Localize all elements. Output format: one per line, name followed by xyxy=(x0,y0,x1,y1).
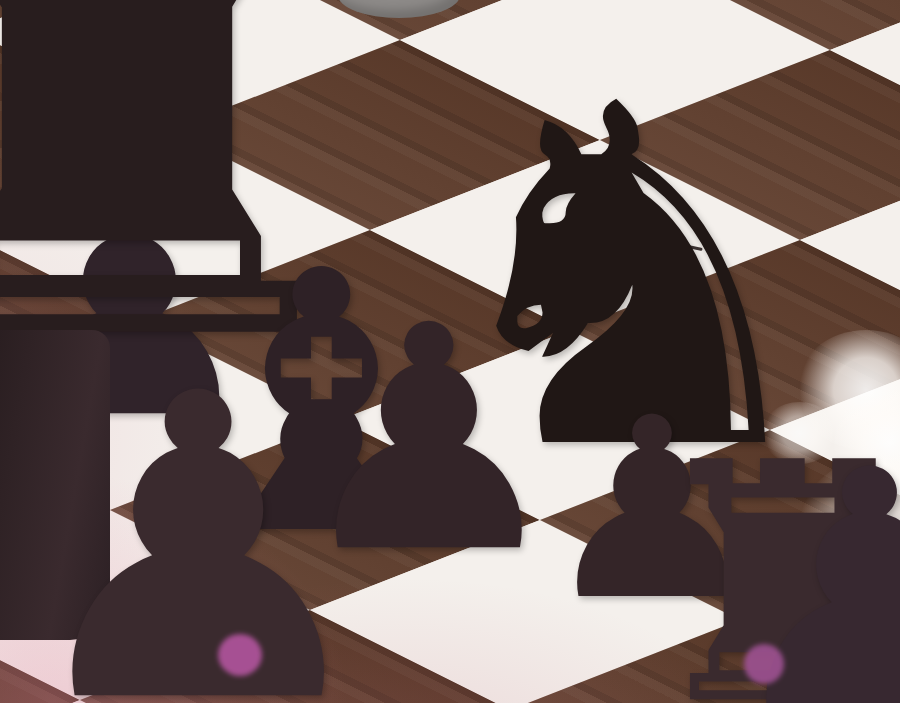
pawn-piece[interactable]: ♟ xyxy=(10,340,387,703)
chess-3d-scene: ♜♟♝♟♞♟♜♟♟ xyxy=(0,0,900,703)
pawn-piece[interactable]: ♟ xyxy=(715,425,900,703)
